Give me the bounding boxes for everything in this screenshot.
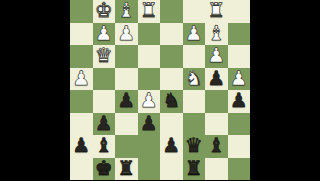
square-e8[interactable] bbox=[160, 0, 183, 23]
piece-white-bishop: ♝ bbox=[207, 23, 225, 43]
piece-black-rook: ♜ bbox=[185, 158, 203, 178]
piece-black-pawn: ♟ bbox=[140, 113, 158, 133]
piece-black-bishop: ♝ bbox=[95, 135, 113, 155]
piece-white-rook: ♜ bbox=[207, 0, 225, 20]
square-h8[interactable] bbox=[228, 0, 251, 23]
piece-white-pawn: ♟ bbox=[95, 23, 113, 43]
letterbox-right bbox=[250, 0, 320, 180]
square-h5[interactable]: ♟ bbox=[228, 68, 251, 91]
square-c3[interactable] bbox=[115, 113, 138, 136]
square-g8[interactable]: ♜ bbox=[205, 0, 228, 23]
square-a5[interactable]: ♟ bbox=[70, 68, 93, 91]
square-f2[interactable]: ♛ bbox=[183, 135, 206, 158]
square-f4[interactable] bbox=[183, 90, 206, 113]
square-d2[interactable] bbox=[138, 135, 161, 158]
square-g7[interactable]: ♝ bbox=[205, 23, 228, 46]
square-f8[interactable] bbox=[183, 0, 206, 23]
piece-white-knight: ♞ bbox=[185, 68, 203, 88]
piece-white-pawn: ♟ bbox=[117, 23, 135, 43]
piece-black-pawn: ♟ bbox=[117, 90, 135, 110]
piece-white-rook: ♜ bbox=[140, 0, 158, 20]
piece-black-knight: ♞ bbox=[162, 90, 180, 110]
square-b1[interactable]: ♚ bbox=[93, 158, 116, 181]
square-d8[interactable]: ♜ bbox=[138, 0, 161, 23]
piece-black-pawn: ♟ bbox=[95, 113, 113, 133]
square-g4[interactable] bbox=[205, 90, 228, 113]
square-c2[interactable] bbox=[115, 135, 138, 158]
square-e1[interactable] bbox=[160, 158, 183, 181]
piece-white-queen: ♛ bbox=[95, 45, 113, 65]
square-d5[interactable] bbox=[138, 68, 161, 91]
piece-white-bishop: ♝ bbox=[117, 0, 135, 20]
piece-black-pawn: ♟ bbox=[207, 68, 225, 88]
square-a8[interactable] bbox=[70, 0, 93, 23]
square-a2[interactable]: ♟ bbox=[70, 135, 93, 158]
piece-black-bishop: ♝ bbox=[207, 135, 225, 155]
piece-black-queen: ♛ bbox=[185, 135, 203, 155]
piece-white-pawn: ♟ bbox=[185, 23, 203, 43]
square-e5[interactable] bbox=[160, 68, 183, 91]
piece-white-king: ♚ bbox=[95, 0, 113, 20]
square-c1[interactable]: ♜ bbox=[115, 158, 138, 181]
square-g1[interactable] bbox=[205, 158, 228, 181]
piece-white-pawn: ♟ bbox=[72, 68, 90, 88]
square-d7[interactable] bbox=[138, 23, 161, 46]
piece-black-pawn: ♟ bbox=[72, 135, 90, 155]
square-e6[interactable] bbox=[160, 45, 183, 68]
square-a6[interactable] bbox=[70, 45, 93, 68]
square-f7[interactable]: ♟ bbox=[183, 23, 206, 46]
piece-black-pawn: ♟ bbox=[230, 90, 248, 110]
square-c8[interactable]: ♝ bbox=[115, 0, 138, 23]
square-e2[interactable]: ♟ bbox=[160, 135, 183, 158]
square-f3[interactable] bbox=[183, 113, 206, 136]
square-b7[interactable]: ♟ bbox=[93, 23, 116, 46]
square-g5[interactable]: ♟ bbox=[205, 68, 228, 91]
square-b8[interactable]: ♚ bbox=[93, 0, 116, 23]
piece-black-king: ♚ bbox=[95, 158, 113, 178]
square-h3[interactable] bbox=[228, 113, 251, 136]
square-d4[interactable]: ♟ bbox=[138, 90, 161, 113]
square-e7[interactable] bbox=[160, 23, 183, 46]
square-c4[interactable]: ♟ bbox=[115, 90, 138, 113]
square-d6[interactable] bbox=[138, 45, 161, 68]
square-b3[interactable]: ♟ bbox=[93, 113, 116, 136]
square-h7[interactable] bbox=[228, 23, 251, 46]
square-h1[interactable] bbox=[228, 158, 251, 181]
square-b2[interactable]: ♝ bbox=[93, 135, 116, 158]
square-g2[interactable]: ♝ bbox=[205, 135, 228, 158]
piece-black-rook: ♜ bbox=[117, 158, 135, 178]
square-b4[interactable] bbox=[93, 90, 116, 113]
square-a1[interactable] bbox=[70, 158, 93, 181]
square-e3[interactable] bbox=[160, 113, 183, 136]
square-f6[interactable] bbox=[183, 45, 206, 68]
square-d3[interactable]: ♟ bbox=[138, 113, 161, 136]
square-d1[interactable] bbox=[138, 158, 161, 181]
letterbox-left bbox=[0, 0, 70, 180]
square-g6[interactable]: ♟ bbox=[205, 45, 228, 68]
piece-black-pawn: ♟ bbox=[162, 135, 180, 155]
square-b6[interactable]: ♛ bbox=[93, 45, 116, 68]
square-a7[interactable] bbox=[70, 23, 93, 46]
square-f5[interactable]: ♞ bbox=[183, 68, 206, 91]
square-c6[interactable] bbox=[115, 45, 138, 68]
square-g3[interactable] bbox=[205, 113, 228, 136]
square-b5[interactable] bbox=[93, 68, 116, 91]
square-e4[interactable]: ♞ bbox=[160, 90, 183, 113]
chess-board: ♚♝♜♜♟♟♟♝♛♟♟♞♟♟♟♟♞♟♟♟♟♝♟♛♝♚♜♜ bbox=[70, 0, 250, 180]
square-h6[interactable] bbox=[228, 45, 251, 68]
piece-white-pawn: ♟ bbox=[140, 90, 158, 110]
square-a4[interactable] bbox=[70, 90, 93, 113]
square-h2[interactable] bbox=[228, 135, 251, 158]
piece-white-pawn: ♟ bbox=[230, 68, 248, 88]
square-f1[interactable]: ♜ bbox=[183, 158, 206, 181]
square-c5[interactable] bbox=[115, 68, 138, 91]
square-h4[interactable]: ♟ bbox=[228, 90, 251, 113]
piece-white-pawn: ♟ bbox=[207, 45, 225, 65]
square-a3[interactable] bbox=[70, 113, 93, 136]
square-c7[interactable]: ♟ bbox=[115, 23, 138, 46]
thumbnail-stage: ♚♝♜♜♟♟♟♝♛♟♟♞♟♟♟♟♞♟♟♟♟♝♟♛♝♚♜♜ bbox=[0, 0, 320, 180]
